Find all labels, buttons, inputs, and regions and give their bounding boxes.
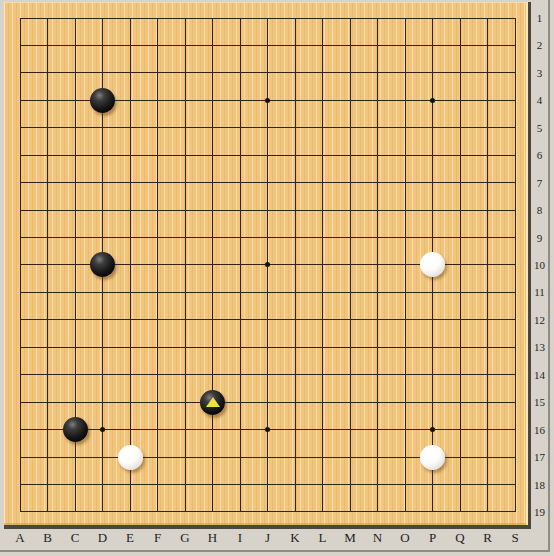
intersection-N9[interactable] xyxy=(364,224,392,251)
intersection-J16[interactable] xyxy=(254,416,282,443)
intersection-G12[interactable] xyxy=(171,306,199,333)
intersection-J10[interactable] xyxy=(254,251,282,278)
intersection-D13[interactable] xyxy=(89,334,117,361)
intersection-O17[interactable] xyxy=(391,443,419,470)
intersection-E7[interactable] xyxy=(116,169,144,196)
intersection-D15[interactable] xyxy=(89,388,117,415)
intersection-C14[interactable] xyxy=(61,361,89,388)
intersection-P11[interactable] xyxy=(419,279,447,306)
intersection-S19[interactable] xyxy=(501,498,529,525)
intersection-F3[interactable] xyxy=(144,59,172,86)
intersection-S8[interactable] xyxy=(501,196,529,223)
intersection-C16[interactable] xyxy=(61,416,89,443)
intersection-H12[interactable] xyxy=(199,306,227,333)
intersection-M3[interactable] xyxy=(336,59,364,86)
intersection-F6[interactable] xyxy=(144,142,172,169)
intersection-M6[interactable] xyxy=(336,142,364,169)
intersection-L5[interactable] xyxy=(309,114,337,141)
intersection-H15[interactable] xyxy=(199,388,227,415)
intersection-R1[interactable] xyxy=(474,4,502,31)
intersection-K17[interactable] xyxy=(281,443,309,470)
intersection-R9[interactable] xyxy=(474,224,502,251)
intersection-C17[interactable] xyxy=(61,443,89,470)
intersection-P13[interactable] xyxy=(419,334,447,361)
intersection-P7[interactable] xyxy=(419,169,447,196)
intersection-R14[interactable] xyxy=(474,361,502,388)
intersection-G1[interactable] xyxy=(171,4,199,31)
intersection-K11[interactable] xyxy=(281,279,309,306)
intersection-M9[interactable] xyxy=(336,224,364,251)
intersection-C18[interactable] xyxy=(61,471,89,498)
intersection-N5[interactable] xyxy=(364,114,392,141)
intersection-F16[interactable] xyxy=(144,416,172,443)
intersection-I5[interactable] xyxy=(226,114,254,141)
intersection-Q1[interactable] xyxy=(446,4,474,31)
intersection-S10[interactable] xyxy=(501,251,529,278)
intersection-J7[interactable] xyxy=(254,169,282,196)
intersection-F10[interactable] xyxy=(144,251,172,278)
intersection-M7[interactable] xyxy=(336,169,364,196)
intersection-R17[interactable] xyxy=(474,443,502,470)
intersection-R2[interactable] xyxy=(474,32,502,59)
intersection-H10[interactable] xyxy=(199,251,227,278)
black-stone-C16[interactable] xyxy=(63,417,88,442)
intersection-M10[interactable] xyxy=(336,251,364,278)
intersection-B15[interactable] xyxy=(34,388,62,415)
intersection-G10[interactable] xyxy=(171,251,199,278)
intersection-J14[interactable] xyxy=(254,361,282,388)
intersection-I9[interactable] xyxy=(226,224,254,251)
intersection-K19[interactable] xyxy=(281,498,309,525)
intersection-I3[interactable] xyxy=(226,59,254,86)
intersection-Q12[interactable] xyxy=(446,306,474,333)
intersection-K4[interactable] xyxy=(281,87,309,114)
intersection-O13[interactable] xyxy=(391,334,419,361)
intersection-D10[interactable] xyxy=(89,251,117,278)
intersection-D7[interactable] xyxy=(89,169,117,196)
intersection-B1[interactable] xyxy=(34,4,62,31)
intersection-S14[interactable] xyxy=(501,361,529,388)
intersection-P3[interactable] xyxy=(419,59,447,86)
intersection-Q7[interactable] xyxy=(446,169,474,196)
intersection-R16[interactable] xyxy=(474,416,502,443)
intersection-D5[interactable] xyxy=(89,114,117,141)
intersection-O10[interactable] xyxy=(391,251,419,278)
intersection-M8[interactable] xyxy=(336,196,364,223)
intersection-M19[interactable] xyxy=(336,498,364,525)
white-stone-P10[interactable] xyxy=(420,252,445,277)
intersection-A12[interactable] xyxy=(6,306,34,333)
intersection-L12[interactable] xyxy=(309,306,337,333)
intersection-D9[interactable] xyxy=(89,224,117,251)
intersection-A4[interactable] xyxy=(6,87,34,114)
intersection-P12[interactable] xyxy=(419,306,447,333)
intersection-P5[interactable] xyxy=(419,114,447,141)
intersection-C2[interactable] xyxy=(61,32,89,59)
intersection-B16[interactable] xyxy=(34,416,62,443)
intersection-R19[interactable] xyxy=(474,498,502,525)
intersection-H7[interactable] xyxy=(199,169,227,196)
intersection-I11[interactable] xyxy=(226,279,254,306)
intersection-O8[interactable] xyxy=(391,196,419,223)
intersection-Q6[interactable] xyxy=(446,142,474,169)
white-stone-E17[interactable] xyxy=(118,445,143,470)
intersection-H1[interactable] xyxy=(199,4,227,31)
intersection-E2[interactable] xyxy=(116,32,144,59)
intersection-N14[interactable] xyxy=(364,361,392,388)
intersection-K2[interactable] xyxy=(281,32,309,59)
intersection-H19[interactable] xyxy=(199,498,227,525)
intersection-B2[interactable] xyxy=(34,32,62,59)
intersection-J13[interactable] xyxy=(254,334,282,361)
intersection-J8[interactable] xyxy=(254,196,282,223)
intersection-B8[interactable] xyxy=(34,196,62,223)
intersection-C12[interactable] xyxy=(61,306,89,333)
intersection-P14[interactable] xyxy=(419,361,447,388)
intersection-K1[interactable] xyxy=(281,4,309,31)
intersection-R18[interactable] xyxy=(474,471,502,498)
intersection-B18[interactable] xyxy=(34,471,62,498)
intersection-O1[interactable] xyxy=(391,4,419,31)
intersection-N8[interactable] xyxy=(364,196,392,223)
intersection-E17[interactable] xyxy=(116,443,144,470)
intersection-F9[interactable] xyxy=(144,224,172,251)
intersection-G13[interactable] xyxy=(171,334,199,361)
intersection-L19[interactable] xyxy=(309,498,337,525)
intersection-L17[interactable] xyxy=(309,443,337,470)
intersection-P6[interactable] xyxy=(419,142,447,169)
intersection-K9[interactable] xyxy=(281,224,309,251)
intersection-D12[interactable] xyxy=(89,306,117,333)
intersection-E4[interactable] xyxy=(116,87,144,114)
intersection-S12[interactable] xyxy=(501,306,529,333)
intersection-R13[interactable] xyxy=(474,334,502,361)
intersection-S4[interactable] xyxy=(501,87,529,114)
intersection-A7[interactable] xyxy=(6,169,34,196)
intersection-E19[interactable] xyxy=(116,498,144,525)
intersection-B13[interactable] xyxy=(34,334,62,361)
intersection-O6[interactable] xyxy=(391,142,419,169)
intersection-C3[interactable] xyxy=(61,59,89,86)
intersection-H3[interactable] xyxy=(199,59,227,86)
intersection-A2[interactable] xyxy=(6,32,34,59)
intersection-H17[interactable] xyxy=(199,443,227,470)
intersection-M12[interactable] xyxy=(336,306,364,333)
intersection-O9[interactable] xyxy=(391,224,419,251)
intersection-A6[interactable] xyxy=(6,142,34,169)
intersection-K13[interactable] xyxy=(281,334,309,361)
intersection-M5[interactable] xyxy=(336,114,364,141)
intersection-K18[interactable] xyxy=(281,471,309,498)
intersection-P4[interactable] xyxy=(419,87,447,114)
intersection-L4[interactable] xyxy=(309,87,337,114)
intersection-G3[interactable] xyxy=(171,59,199,86)
intersection-J9[interactable] xyxy=(254,224,282,251)
intersection-I2[interactable] xyxy=(226,32,254,59)
intersection-G14[interactable] xyxy=(171,361,199,388)
intersection-A15[interactable] xyxy=(6,388,34,415)
intersection-C1[interactable] xyxy=(61,4,89,31)
intersection-Q4[interactable] xyxy=(446,87,474,114)
intersection-L16[interactable] xyxy=(309,416,337,443)
intersection-O15[interactable] xyxy=(391,388,419,415)
intersection-D16[interactable] xyxy=(89,416,117,443)
intersection-D19[interactable] xyxy=(89,498,117,525)
intersection-L2[interactable] xyxy=(309,32,337,59)
intersection-B6[interactable] xyxy=(34,142,62,169)
intersection-G2[interactable] xyxy=(171,32,199,59)
intersection-D18[interactable] xyxy=(89,471,117,498)
intersection-C4[interactable] xyxy=(61,87,89,114)
intersection-N6[interactable] xyxy=(364,142,392,169)
intersection-S1[interactable] xyxy=(501,4,529,31)
intersection-G17[interactable] xyxy=(171,443,199,470)
intersection-F13[interactable] xyxy=(144,334,172,361)
intersection-G15[interactable] xyxy=(171,388,199,415)
intersection-Q19[interactable] xyxy=(446,498,474,525)
intersection-C8[interactable] xyxy=(61,196,89,223)
intersection-F4[interactable] xyxy=(144,87,172,114)
intersection-M11[interactable] xyxy=(336,279,364,306)
intersection-H4[interactable] xyxy=(199,87,227,114)
intersection-S15[interactable] xyxy=(501,388,529,415)
intersection-I4[interactable] xyxy=(226,87,254,114)
intersection-S6[interactable] xyxy=(501,142,529,169)
intersection-F7[interactable] xyxy=(144,169,172,196)
intersection-F11[interactable] xyxy=(144,279,172,306)
intersection-B17[interactable] xyxy=(34,443,62,470)
intersection-G4[interactable] xyxy=(171,87,199,114)
intersection-D2[interactable] xyxy=(89,32,117,59)
intersection-E15[interactable] xyxy=(116,388,144,415)
intersection-Q16[interactable] xyxy=(446,416,474,443)
intersection-H13[interactable] xyxy=(199,334,227,361)
intersection-H16[interactable] xyxy=(199,416,227,443)
intersection-N7[interactable] xyxy=(364,169,392,196)
intersection-K7[interactable] xyxy=(281,169,309,196)
intersection-P10[interactable] xyxy=(419,251,447,278)
intersection-A11[interactable] xyxy=(6,279,34,306)
intersection-G8[interactable] xyxy=(171,196,199,223)
intersection-D11[interactable] xyxy=(89,279,117,306)
intersection-M14[interactable] xyxy=(336,361,364,388)
intersection-P9[interactable] xyxy=(419,224,447,251)
intersection-E13[interactable] xyxy=(116,334,144,361)
intersection-N1[interactable] xyxy=(364,4,392,31)
intersection-O18[interactable] xyxy=(391,471,419,498)
intersection-I1[interactable] xyxy=(226,4,254,31)
intersection-R4[interactable] xyxy=(474,87,502,114)
intersection-K15[interactable] xyxy=(281,388,309,415)
intersection-E6[interactable] xyxy=(116,142,144,169)
intersection-I16[interactable] xyxy=(226,416,254,443)
intersection-N4[interactable] xyxy=(364,87,392,114)
intersection-F12[interactable] xyxy=(144,306,172,333)
intersection-J4[interactable] xyxy=(254,87,282,114)
intersection-M17[interactable] xyxy=(336,443,364,470)
intersection-G9[interactable] xyxy=(171,224,199,251)
intersection-O12[interactable] xyxy=(391,306,419,333)
intersection-R8[interactable] xyxy=(474,196,502,223)
intersection-P8[interactable] xyxy=(419,196,447,223)
intersection-I12[interactable] xyxy=(226,306,254,333)
intersection-C6[interactable] xyxy=(61,142,89,169)
intersection-B7[interactable] xyxy=(34,169,62,196)
intersection-Q3[interactable] xyxy=(446,59,474,86)
intersection-H6[interactable] xyxy=(199,142,227,169)
intersection-Q13[interactable] xyxy=(446,334,474,361)
intersection-S2[interactable] xyxy=(501,32,529,59)
intersection-A5[interactable] xyxy=(6,114,34,141)
intersection-K16[interactable] xyxy=(281,416,309,443)
intersection-L13[interactable] xyxy=(309,334,337,361)
intersection-J15[interactable] xyxy=(254,388,282,415)
intersection-B19[interactable] xyxy=(34,498,62,525)
black-stone-D4[interactable] xyxy=(90,88,115,113)
intersection-Q9[interactable] xyxy=(446,224,474,251)
intersection-R7[interactable] xyxy=(474,169,502,196)
intersection-E1[interactable] xyxy=(116,4,144,31)
intersection-I10[interactable] xyxy=(226,251,254,278)
intersection-S18[interactable] xyxy=(501,471,529,498)
black-stone-D10[interactable] xyxy=(90,252,115,277)
intersection-D14[interactable] xyxy=(89,361,117,388)
intersection-G19[interactable] xyxy=(171,498,199,525)
intersection-L14[interactable] xyxy=(309,361,337,388)
intersection-H8[interactable] xyxy=(199,196,227,223)
intersection-N11[interactable] xyxy=(364,279,392,306)
intersection-H9[interactable] xyxy=(199,224,227,251)
intersection-O14[interactable] xyxy=(391,361,419,388)
intersection-C19[interactable] xyxy=(61,498,89,525)
intersection-C13[interactable] xyxy=(61,334,89,361)
intersection-K10[interactable] xyxy=(281,251,309,278)
intersection-N17[interactable] xyxy=(364,443,392,470)
intersection-L6[interactable] xyxy=(309,142,337,169)
intersection-N16[interactable] xyxy=(364,416,392,443)
intersection-R15[interactable] xyxy=(474,388,502,415)
intersection-S9[interactable] xyxy=(501,224,529,251)
intersection-N2[interactable] xyxy=(364,32,392,59)
intersection-D1[interactable] xyxy=(89,4,117,31)
intersection-N18[interactable] xyxy=(364,471,392,498)
intersection-E8[interactable] xyxy=(116,196,144,223)
intersection-J2[interactable] xyxy=(254,32,282,59)
intersection-M16[interactable] xyxy=(336,416,364,443)
intersection-B4[interactable] xyxy=(34,87,62,114)
intersection-J5[interactable] xyxy=(254,114,282,141)
intersection-C15[interactable] xyxy=(61,388,89,415)
intersection-P15[interactable] xyxy=(419,388,447,415)
intersection-S3[interactable] xyxy=(501,59,529,86)
intersection-E11[interactable] xyxy=(116,279,144,306)
intersection-A18[interactable] xyxy=(6,471,34,498)
intersection-M13[interactable] xyxy=(336,334,364,361)
intersection-A1[interactable] xyxy=(6,4,34,31)
intersection-I7[interactable] xyxy=(226,169,254,196)
intersection-L15[interactable] xyxy=(309,388,337,415)
intersection-C10[interactable] xyxy=(61,251,89,278)
intersection-O19[interactable] xyxy=(391,498,419,525)
intersection-R3[interactable] xyxy=(474,59,502,86)
intersection-H5[interactable] xyxy=(199,114,227,141)
intersection-E3[interactable] xyxy=(116,59,144,86)
intersection-S7[interactable] xyxy=(501,169,529,196)
intersection-R5[interactable] xyxy=(474,114,502,141)
intersection-D6[interactable] xyxy=(89,142,117,169)
intersection-I18[interactable] xyxy=(226,471,254,498)
intersection-E12[interactable] xyxy=(116,306,144,333)
intersection-P19[interactable] xyxy=(419,498,447,525)
intersection-F8[interactable] xyxy=(144,196,172,223)
intersection-C11[interactable] xyxy=(61,279,89,306)
intersection-A13[interactable] xyxy=(6,334,34,361)
intersection-C7[interactable] xyxy=(61,169,89,196)
intersection-K8[interactable] xyxy=(281,196,309,223)
intersection-N15[interactable] xyxy=(364,388,392,415)
intersection-Q15[interactable] xyxy=(446,388,474,415)
intersection-Q17[interactable] xyxy=(446,443,474,470)
intersection-I15[interactable] xyxy=(226,388,254,415)
intersection-A9[interactable] xyxy=(6,224,34,251)
intersection-Q5[interactable] xyxy=(446,114,474,141)
white-stone-P17[interactable] xyxy=(420,445,445,470)
intersection-F19[interactable] xyxy=(144,498,172,525)
intersection-H18[interactable] xyxy=(199,471,227,498)
intersection-M15[interactable] xyxy=(336,388,364,415)
intersection-P1[interactable] xyxy=(419,4,447,31)
intersection-R6[interactable] xyxy=(474,142,502,169)
intersection-C9[interactable] xyxy=(61,224,89,251)
intersection-A3[interactable] xyxy=(6,59,34,86)
intersection-M2[interactable] xyxy=(336,32,364,59)
intersection-M4[interactable] xyxy=(336,87,364,114)
intersection-G6[interactable] xyxy=(171,142,199,169)
intersection-J3[interactable] xyxy=(254,59,282,86)
intersection-O3[interactable] xyxy=(391,59,419,86)
intersection-G7[interactable] xyxy=(171,169,199,196)
intersection-O7[interactable] xyxy=(391,169,419,196)
intersection-F5[interactable] xyxy=(144,114,172,141)
intersection-Q11[interactable] xyxy=(446,279,474,306)
intersection-E16[interactable] xyxy=(116,416,144,443)
intersection-P17[interactable] xyxy=(419,443,447,470)
intersection-J12[interactable] xyxy=(254,306,282,333)
intersection-K5[interactable] xyxy=(281,114,309,141)
intersection-E18[interactable] xyxy=(116,471,144,498)
intersection-A10[interactable] xyxy=(6,251,34,278)
intersection-O2[interactable] xyxy=(391,32,419,59)
intersection-O11[interactable] xyxy=(391,279,419,306)
intersection-F1[interactable] xyxy=(144,4,172,31)
intersection-L7[interactable] xyxy=(309,169,337,196)
intersection-I6[interactable] xyxy=(226,142,254,169)
intersection-J1[interactable] xyxy=(254,4,282,31)
intersection-P18[interactable] xyxy=(419,471,447,498)
intersection-N13[interactable] xyxy=(364,334,392,361)
intersection-F14[interactable] xyxy=(144,361,172,388)
intersection-B10[interactable] xyxy=(34,251,62,278)
intersection-D17[interactable] xyxy=(89,443,117,470)
intersection-R12[interactable] xyxy=(474,306,502,333)
intersection-R10[interactable] xyxy=(474,251,502,278)
intersection-A16[interactable] xyxy=(6,416,34,443)
intersection-L9[interactable] xyxy=(309,224,337,251)
intersection-O16[interactable] xyxy=(391,416,419,443)
intersection-L3[interactable] xyxy=(309,59,337,86)
intersection-F17[interactable] xyxy=(144,443,172,470)
intersection-D3[interactable] xyxy=(89,59,117,86)
